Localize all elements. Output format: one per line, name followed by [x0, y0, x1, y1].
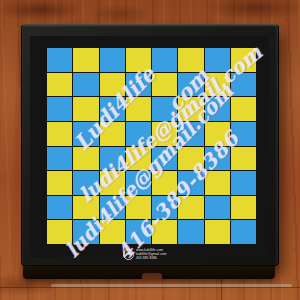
- square-f5: [178, 122, 203, 146]
- square-g3: [205, 171, 230, 195]
- square-c1: [100, 220, 125, 244]
- square-h6: [231, 97, 256, 121]
- square-f8: [178, 48, 203, 72]
- brand-label: L4L www.ludi4life.com ludi4life@gmail.co…: [123, 247, 166, 261]
- square-e4: [152, 147, 177, 171]
- square-h3: [231, 171, 256, 195]
- square-d6: [126, 97, 151, 121]
- square-b3: [73, 171, 98, 195]
- square-h5: [231, 122, 256, 146]
- square-b1: [73, 220, 98, 244]
- square-g7: [205, 73, 230, 97]
- square-a7: [47, 73, 72, 97]
- frame-glare-highlight: [51, 284, 292, 287]
- square-e6: [152, 97, 177, 121]
- square-d2: [126, 196, 151, 220]
- square-h7: [231, 73, 256, 97]
- square-f6: [178, 97, 203, 121]
- square-b4: [73, 147, 98, 171]
- square-c7: [100, 73, 125, 97]
- square-d5: [126, 122, 151, 146]
- square-e7: [152, 73, 177, 97]
- square-g2: [205, 196, 230, 220]
- square-c4: [100, 147, 125, 171]
- square-b5: [73, 122, 98, 146]
- square-e3: [152, 171, 177, 195]
- square-b6: [73, 97, 98, 121]
- square-a2: [47, 196, 72, 220]
- square-a5: [47, 122, 72, 146]
- square-g8: [205, 48, 230, 72]
- square-h1: [231, 220, 256, 244]
- square-a4: [47, 147, 72, 171]
- square-a8: [47, 48, 72, 72]
- square-g4: [205, 147, 230, 171]
- square-a6: [47, 97, 72, 121]
- square-f3: [178, 171, 203, 195]
- square-e2: [152, 196, 177, 220]
- square-c2: [100, 196, 125, 220]
- square-g6: [205, 97, 230, 121]
- wood-plank-seam: [0, 287, 300, 288]
- ludi4life-logo-icon: L4L: [123, 249, 134, 260]
- square-h2: [231, 196, 256, 220]
- square-a1: [47, 220, 72, 244]
- game-box-finger-notch: [142, 273, 162, 279]
- checkerboard: [47, 48, 256, 244]
- square-d3: [126, 171, 151, 195]
- brand-phone: 416 389-8386: [136, 256, 166, 260]
- square-f2: [178, 196, 203, 220]
- square-f4: [178, 147, 203, 171]
- wood-plank-seam: [221, 279, 222, 300]
- square-h4: [231, 147, 256, 171]
- brand-contact-text: www.ludi4life.com ludi4life@gmail.com 41…: [136, 248, 166, 260]
- square-c6: [100, 97, 125, 121]
- square-d7: [126, 73, 151, 97]
- square-c5: [100, 122, 125, 146]
- square-b2: [73, 196, 98, 220]
- square-e8: [152, 48, 177, 72]
- square-b7: [73, 73, 98, 97]
- square-a3: [47, 171, 72, 195]
- square-c8: [100, 48, 125, 72]
- square-d1: [126, 220, 151, 244]
- square-e1: [152, 220, 177, 244]
- square-b8: [73, 48, 98, 72]
- square-c3: [100, 171, 125, 195]
- square-e5: [152, 122, 177, 146]
- square-g5: [205, 122, 230, 146]
- square-d4: [126, 147, 151, 171]
- square-f1: [178, 220, 203, 244]
- square-h8: [231, 48, 256, 72]
- square-g1: [205, 220, 230, 244]
- square-d8: [126, 48, 151, 72]
- square-f7: [178, 73, 203, 97]
